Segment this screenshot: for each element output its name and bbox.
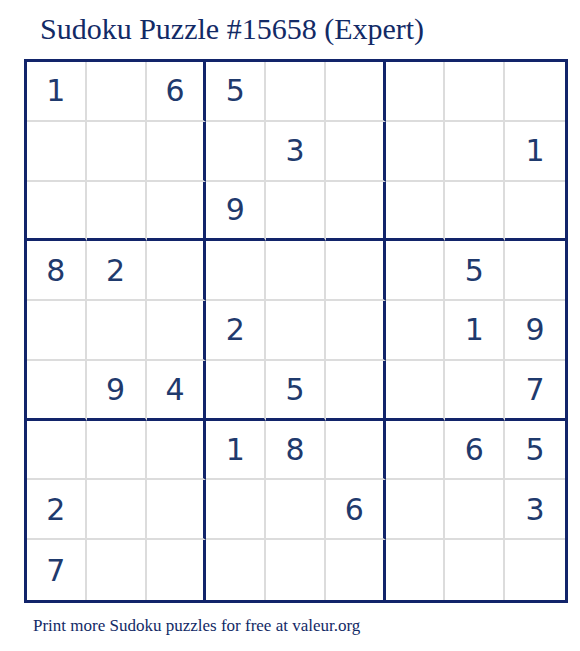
sudoku-cell-r6c8 [445, 361, 505, 421]
sudoku-cell-r6c9: 7 [505, 361, 565, 421]
sudoku-cell-r3c1 [27, 182, 87, 242]
sudoku-cell-r6c4 [206, 361, 266, 421]
sudoku-cell-r5c3 [147, 301, 207, 361]
sudoku-cell-r5c9: 9 [505, 301, 565, 361]
sudoku-cell-r5c5 [266, 301, 326, 361]
sudoku-cell-r1c1: 1 [27, 62, 87, 122]
sudoku-cell-r8c7 [386, 480, 446, 540]
page-title: Sudoku Puzzle #15658 (Expert) [40, 12, 424, 46]
sudoku-cell-r8c3 [147, 480, 207, 540]
sudoku-cell-r8c8 [445, 480, 505, 540]
sudoku-cell-r9c7 [386, 540, 446, 600]
sudoku-cell-r7c3 [147, 421, 207, 481]
sudoku-cell-r3c9 [505, 182, 565, 242]
sudoku-cell-r8c6: 6 [326, 480, 386, 540]
sudoku-cell-r3c3 [147, 182, 207, 242]
sudoku-cell-r3c5 [266, 182, 326, 242]
sudoku-cell-r6c7 [386, 361, 446, 421]
sudoku-cell-r7c1 [27, 421, 87, 481]
sudoku-cell-r1c9 [505, 62, 565, 122]
sudoku-cell-r3c8 [445, 182, 505, 242]
sudoku-cell-r5c7 [386, 301, 446, 361]
sudoku-cell-r3c6 [326, 182, 386, 242]
sudoku-cell-r8c5 [266, 480, 326, 540]
sudoku-cell-r4c6 [326, 241, 386, 301]
sudoku-cell-r5c4: 2 [206, 301, 266, 361]
sudoku-cell-r2c1 [27, 122, 87, 182]
sudoku-cell-r3c4: 9 [206, 182, 266, 242]
sudoku-cell-r2c2 [87, 122, 147, 182]
sudoku-cell-r9c1: 7 [27, 540, 87, 600]
sudoku-cell-r9c8 [445, 540, 505, 600]
sudoku-cell-r6c1 [27, 361, 87, 421]
sudoku-cell-r6c6 [326, 361, 386, 421]
sudoku-cell-r4c2: 2 [87, 241, 147, 301]
sudoku-cell-r4c3 [147, 241, 207, 301]
sudoku-cell-r5c2 [87, 301, 147, 361]
sudoku-cell-r8c4 [206, 480, 266, 540]
sudoku-cell-r2c6 [326, 122, 386, 182]
sudoku-cell-r2c5: 3 [266, 122, 326, 182]
sudoku-cell-r7c7 [386, 421, 446, 481]
sudoku-cell-r2c9: 1 [505, 122, 565, 182]
sudoku-cell-r9c2 [87, 540, 147, 600]
sudoku-cell-r7c2 [87, 421, 147, 481]
sudoku-cell-r8c9: 3 [505, 480, 565, 540]
sudoku-cell-r2c3 [147, 122, 207, 182]
sudoku-cell-r1c6 [326, 62, 386, 122]
sudoku-cell-r4c7 [386, 241, 446, 301]
sudoku-cell-r3c7 [386, 182, 446, 242]
sudoku-cell-r8c2 [87, 480, 147, 540]
sudoku-cell-r1c2 [87, 62, 147, 122]
sudoku-cell-r7c6 [326, 421, 386, 481]
sudoku-cell-r2c4 [206, 122, 266, 182]
sudoku-cell-r7c5: 8 [266, 421, 326, 481]
sudoku-cell-r6c3: 4 [147, 361, 207, 421]
sudoku-cell-r7c4: 1 [206, 421, 266, 481]
sudoku-cell-r6c2: 9 [87, 361, 147, 421]
sudoku-cell-r4c5 [266, 241, 326, 301]
footer-text: Print more Sudoku puzzles for free at va… [33, 616, 360, 636]
sudoku-cell-r6c5: 5 [266, 361, 326, 421]
sudoku-cell-r9c4 [206, 540, 266, 600]
sudoku-cell-r7c9: 5 [505, 421, 565, 481]
sudoku-cell-r1c5 [266, 62, 326, 122]
sudoku-cell-r2c7 [386, 122, 446, 182]
sudoku-print-page: Sudoku Puzzle #15658 (Expert) 1653198252… [0, 0, 580, 651]
sudoku-cell-r9c9 [505, 540, 565, 600]
sudoku-cell-r1c4: 5 [206, 62, 266, 122]
sudoku-cell-r9c6 [326, 540, 386, 600]
sudoku-cell-r1c7 [386, 62, 446, 122]
sudoku-cell-r5c1 [27, 301, 87, 361]
sudoku-cell-r4c4 [206, 241, 266, 301]
sudoku-cell-r5c8: 1 [445, 301, 505, 361]
sudoku-cell-r3c2 [87, 182, 147, 242]
sudoku-cell-r4c9 [505, 241, 565, 301]
sudoku-cell-r2c8 [445, 122, 505, 182]
sudoku-cell-r8c1: 2 [27, 480, 87, 540]
sudoku-cell-r4c8: 5 [445, 241, 505, 301]
sudoku-cell-r4c1: 8 [27, 241, 87, 301]
sudoku-cell-r9c5 [266, 540, 326, 600]
sudoku-board: 165319825219945718652637 [24, 59, 568, 603]
sudoku-cell-r1c8 [445, 62, 505, 122]
sudoku-cell-r1c3: 6 [147, 62, 207, 122]
sudoku-cell-r5c6 [326, 301, 386, 361]
sudoku-cell-r9c3 [147, 540, 207, 600]
sudoku-cell-r7c8: 6 [445, 421, 505, 481]
